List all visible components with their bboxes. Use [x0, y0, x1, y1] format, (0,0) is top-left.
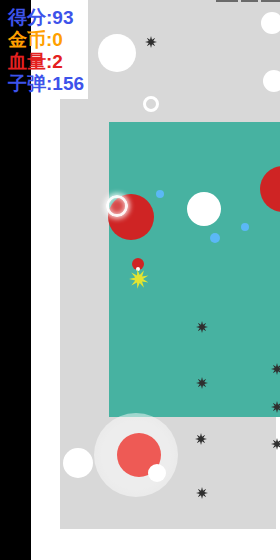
clipped-text-mark: [261, 0, 280, 2]
play-zone-teal[interactable]: [109, 122, 280, 417]
hud-health: 血量:2: [8, 51, 84, 73]
hud-coins: 金币:0: [8, 29, 84, 51]
hud-bullets: 子弹:156: [8, 73, 84, 95]
health-label: 血量: [8, 51, 46, 72]
coins-label: 金币: [8, 29, 46, 50]
clipped-text-mark: [241, 0, 258, 2]
coins-value: 0: [52, 29, 63, 50]
bullets-value: 156: [52, 73, 84, 94]
health-value: 2: [52, 51, 63, 72]
hud-score: 得分:93: [8, 7, 84, 29]
field-right-edge-strip: [276, 417, 280, 529]
game-screen[interactable]: 得分:93 金币:0 血量:2 子弹:156: [0, 0, 280, 560]
score-label: 得分: [8, 7, 46, 28]
clipped-text-mark: [216, 0, 238, 2]
score-value: 93: [52, 7, 73, 28]
clipped-top-text: [0, 0, 280, 4]
bullets-label: 子弹: [8, 73, 46, 94]
hud: 得分:93 金币:0 血量:2 子弹:156: [8, 7, 84, 95]
